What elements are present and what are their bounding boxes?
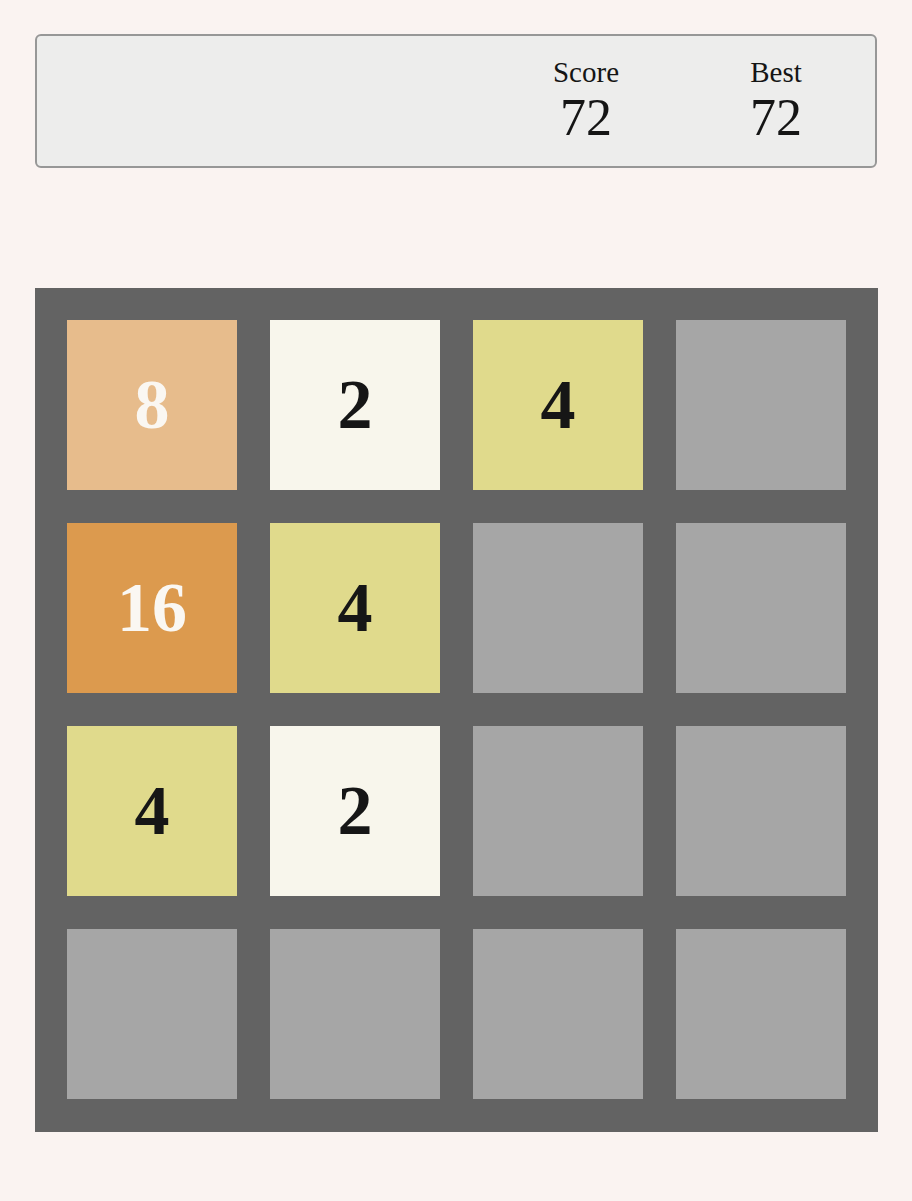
cell-r2c3 <box>473 523 643 693</box>
cell-r1c3: 4 <box>473 320 643 490</box>
cell-r1c2: 2 <box>270 320 440 490</box>
cell-r3c2: 2 <box>270 726 440 896</box>
cell-r3c4 <box>676 726 846 896</box>
cell-r1c1: 8 <box>67 320 237 490</box>
score-box: Score 72 <box>511 55 661 147</box>
cell-r1c4 <box>676 320 846 490</box>
score-value: 72 <box>511 89 661 147</box>
cell-r2c4 <box>676 523 846 693</box>
cell-r4c1 <box>67 929 237 1099</box>
best-value: 72 <box>701 89 851 147</box>
best-label: Best <box>701 55 851 89</box>
cell-r2c1: 16 <box>67 523 237 693</box>
best-box: Best 72 <box>701 55 851 147</box>
game-board[interactable]: 8 2 4 16 4 4 2 <box>35 288 878 1132</box>
cell-r4c4 <box>676 929 846 1099</box>
cell-r4c3 <box>473 929 643 1099</box>
score-panel: Score 72 Best 72 <box>35 34 877 168</box>
cell-r3c1: 4 <box>67 726 237 896</box>
score-label: Score <box>511 55 661 89</box>
cell-r2c2: 4 <box>270 523 440 693</box>
cell-r3c3 <box>473 726 643 896</box>
cell-r4c2 <box>270 929 440 1099</box>
